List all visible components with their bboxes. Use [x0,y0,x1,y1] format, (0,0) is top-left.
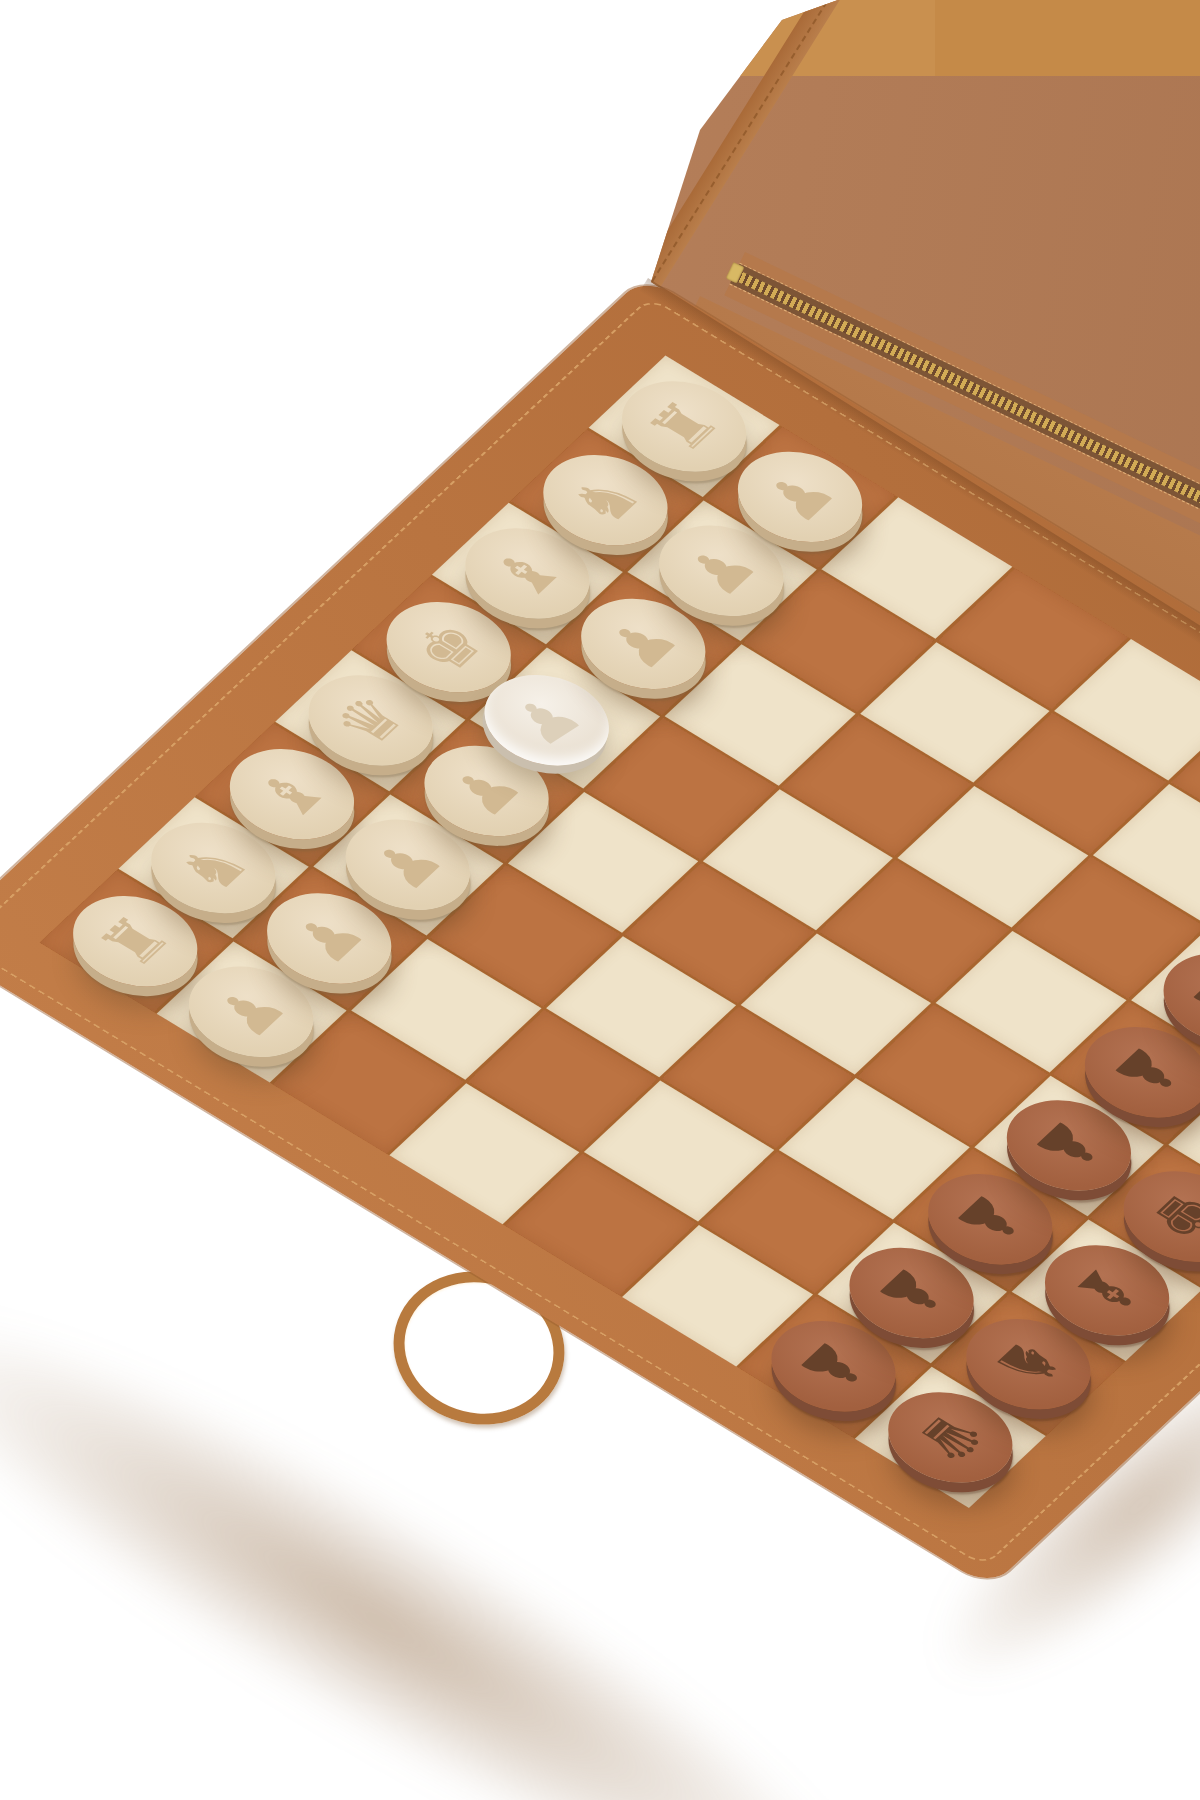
knight-glyph: ♞ [981,1329,1075,1398]
queen-glyph: ♛ [903,1403,997,1472]
pawn-glyph: ♟ [943,1185,1037,1254]
pawn-glyph: ♟ [865,1258,959,1327]
pawn-glyph: ♟ [1179,964,1200,1033]
rook-glyph: ♜ [88,907,182,976]
pawn-glyph: ♟ [596,610,690,679]
pawn-glyph: ♟ [787,1332,881,1401]
rook-glyph: ♜ [637,392,731,461]
pawn-glyph: ♟ [1022,1111,1116,1180]
knight-glyph: ♞ [558,465,652,534]
product-photo-leather-chess-set: { "game": "chess", "scene": { "descripti… [0,0,1200,1800]
bishop-glyph: ♝ [1060,1256,1154,1325]
knight-glyph: ♞ [166,833,260,902]
king-glyph: ♚ [1138,1182,1200,1251]
pawn-glyph: ♟ [439,757,533,826]
queen-glyph: ♛ [323,686,417,755]
pawn-glyph: ♟ [361,830,455,899]
flap-top-band-right [935,0,1200,76]
pawn-glyph: ♟ [1100,1038,1194,1107]
pawn-glyph: ♟ [204,978,298,1047]
king-glyph: ♚ [401,612,495,681]
bishop-glyph: ♝ [245,759,339,828]
pawn-glyph: ♟ [283,904,377,973]
pawn-glyph: ♟ [500,686,595,755]
pawn-glyph: ♟ [753,463,847,532]
pawn-glyph: ♟ [675,536,769,605]
bishop-glyph: ♝ [480,539,574,608]
